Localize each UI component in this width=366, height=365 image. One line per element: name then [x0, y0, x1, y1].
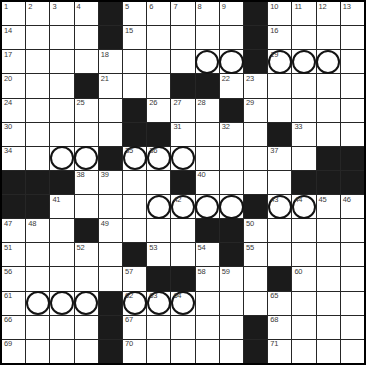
clue-number-55: 55 — [246, 244, 254, 252]
clue-number-52: 52 — [77, 244, 85, 252]
cell-r14c9[interactable] — [196, 316, 219, 339]
cell-r12c15[interactable] — [341, 267, 364, 290]
cell-r3c15[interactable] — [341, 50, 364, 73]
block-cell-r15c5 — [99, 340, 122, 363]
cell-r7c12[interactable]: 37 — [268, 147, 291, 170]
cell-r3c6[interactable] — [123, 50, 146, 73]
block-cell-r3c11 — [244, 50, 267, 73]
cell-r1c9[interactable]: 8 — [196, 2, 219, 25]
circle-marker — [147, 195, 171, 219]
circle-marker — [219, 50, 243, 74]
clue-number-38: 38 — [77, 171, 85, 179]
block-cell-r9c2 — [26, 195, 49, 218]
cell-r9c9[interactable] — [196, 195, 219, 218]
cell-r13c9[interactable] — [196, 292, 219, 315]
cell-r8c9[interactable]: 40 — [196, 171, 219, 194]
clue-number-6: 6 — [149, 3, 153, 11]
cell-r11c3[interactable] — [50, 243, 73, 266]
cell-r6c10[interactable]: 32 — [220, 123, 243, 146]
clue-number-71: 71 — [270, 340, 278, 348]
cell-r6c5[interactable] — [99, 123, 122, 146]
cell-r2c12[interactable]: 16 — [268, 26, 291, 49]
clue-number-63: 63 — [149, 292, 157, 300]
cell-r4c3[interactable] — [50, 74, 73, 97]
clue-number-31: 31 — [173, 123, 181, 131]
cell-r3c12[interactable]: 19 — [268, 50, 291, 73]
cell-r7c11[interactable] — [244, 147, 267, 170]
cell-r4c7[interactable] — [147, 74, 170, 97]
cell-r10c5[interactable]: 49 — [99, 219, 122, 242]
cell-r12c14[interactable] — [317, 267, 340, 290]
block-cell-r12c7 — [147, 267, 170, 290]
cell-r5c4[interactable]: 25 — [75, 99, 98, 122]
cell-r4c12[interactable] — [268, 74, 291, 97]
clue-number-62: 62 — [125, 292, 133, 300]
cell-r14c6[interactable]: 67 — [123, 316, 146, 339]
cell-r1c14[interactable]: 12 — [317, 2, 340, 25]
block-cell-r8c8 — [171, 171, 194, 194]
cell-r4c13[interactable] — [292, 74, 315, 97]
cell-r9c8[interactable]: 42 — [171, 195, 194, 218]
cell-r3c3[interactable] — [50, 50, 73, 73]
clue-number-12: 12 — [319, 3, 327, 11]
cell-r6c2[interactable] — [26, 123, 49, 146]
cell-r7c1[interactable]: 34 — [2, 147, 25, 170]
cell-r8c6[interactable] — [123, 171, 146, 194]
block-cell-r6c12 — [268, 123, 291, 146]
cell-r10c2[interactable]: 48 — [26, 219, 49, 242]
clue-number-23: 23 — [246, 75, 254, 83]
cell-r1c2[interactable]: 2 — [26, 2, 49, 25]
cell-r13c14[interactable] — [317, 292, 340, 315]
cell-r6c14[interactable] — [317, 123, 340, 146]
cell-r9c6[interactable] — [123, 195, 146, 218]
block-cell-r10c4 — [75, 219, 98, 242]
cell-r15c12[interactable]: 71 — [268, 340, 291, 363]
cell-r5c1[interactable]: 24 — [2, 99, 25, 122]
cell-r14c15[interactable] — [341, 316, 364, 339]
block-cell-r5c10 — [220, 99, 243, 122]
cell-r8c4[interactable]: 38 — [75, 171, 98, 194]
cell-r13c1[interactable]: 61 — [2, 292, 25, 315]
circle-marker — [195, 195, 219, 219]
cell-r7c4[interactable] — [75, 147, 98, 170]
clue-number-16: 16 — [270, 27, 278, 35]
clue-number-9: 9 — [222, 3, 226, 11]
cell-r8c12[interactable] — [268, 171, 291, 194]
block-cell-r4c8 — [171, 74, 194, 97]
cell-r5c5[interactable] — [99, 99, 122, 122]
cell-r11c13[interactable] — [292, 243, 315, 266]
cell-r8c7[interactable] — [147, 171, 170, 194]
block-cell-r8c1 — [2, 171, 25, 194]
cell-r8c10[interactable] — [220, 171, 243, 194]
cell-r15c14[interactable] — [317, 340, 340, 363]
cell-r14c13[interactable] — [292, 316, 315, 339]
cell-r11c4[interactable]: 52 — [75, 243, 98, 266]
crossword-grid: 1234567891011121314151617181920212223242… — [0, 0, 366, 365]
cell-r3c5[interactable]: 18 — [99, 50, 122, 73]
cell-r9c4[interactable] — [75, 195, 98, 218]
cell-r9c10[interactable] — [220, 195, 243, 218]
clue-number-66: 66 — [4, 316, 12, 324]
cell-r6c4[interactable] — [75, 123, 98, 146]
cell-r3c13[interactable] — [292, 50, 315, 73]
clue-number-35: 35 — [125, 147, 133, 155]
circle-marker — [50, 146, 74, 170]
cell-r5c12[interactable] — [268, 99, 291, 122]
cell-r12c11[interactable] — [244, 267, 267, 290]
cell-r9c15[interactable]: 46 — [341, 195, 364, 218]
cell-r12c1[interactable]: 56 — [2, 267, 25, 290]
cell-r4c15[interactable] — [341, 74, 364, 97]
cell-r14c4[interactable] — [75, 316, 98, 339]
cell-r13c3[interactable] — [50, 292, 73, 315]
cell-r10c7[interactable] — [147, 219, 170, 242]
clue-number-8: 8 — [198, 3, 202, 11]
cell-r12c5[interactable] — [99, 267, 122, 290]
cell-r1c13[interactable]: 11 — [292, 2, 315, 25]
clue-number-20: 20 — [4, 75, 12, 83]
cell-r11c15[interactable] — [341, 243, 364, 266]
cell-r13c15[interactable] — [341, 292, 364, 315]
cell-r14c1[interactable]: 66 — [2, 316, 25, 339]
block-cell-r6c7 — [147, 123, 170, 146]
cell-r2c13[interactable] — [292, 26, 315, 49]
clue-number-60: 60 — [294, 268, 302, 276]
cell-r10c15[interactable] — [341, 219, 364, 242]
cell-r13c11[interactable] — [244, 292, 267, 315]
cell-r14c14[interactable] — [317, 316, 340, 339]
clue-number-2: 2 — [28, 3, 32, 11]
cell-r2c6[interactable]: 15 — [123, 26, 146, 49]
clue-number-30: 30 — [4, 123, 12, 131]
cell-r14c2[interactable] — [26, 316, 49, 339]
cell-r9c12[interactable]: 43 — [268, 195, 291, 218]
clue-number-42: 42 — [173, 196, 181, 204]
cell-r12c10[interactable]: 59 — [220, 267, 243, 290]
cell-r15c13[interactable] — [292, 340, 315, 363]
block-cell-r5c6 — [123, 99, 146, 122]
clue-number-1: 1 — [4, 3, 8, 11]
cell-r1c10[interactable]: 9 — [220, 2, 243, 25]
cell-r2c3[interactable] — [50, 26, 73, 49]
cell-r1c8[interactable]: 7 — [171, 2, 194, 25]
clue-number-5: 5 — [125, 3, 129, 11]
cell-r4c14[interactable] — [317, 74, 340, 97]
cell-r7c13[interactable] — [292, 147, 315, 170]
cell-r5c14[interactable] — [317, 99, 340, 122]
clue-number-53: 53 — [149, 244, 157, 252]
clue-number-15: 15 — [125, 27, 133, 35]
cell-r3c2[interactable] — [26, 50, 49, 73]
block-cell-r1c11 — [244, 2, 267, 25]
cell-r7c6[interactable]: 35 — [123, 147, 146, 170]
cell-r10c1[interactable]: 47 — [2, 219, 25, 242]
cell-r2c15[interactable] — [341, 26, 364, 49]
clue-number-4: 4 — [77, 3, 81, 11]
cell-r4c1[interactable]: 20 — [2, 74, 25, 97]
clue-number-19: 19 — [270, 51, 278, 59]
cell-r13c2[interactable] — [26, 292, 49, 315]
cell-r5c7[interactable]: 26 — [147, 99, 170, 122]
cell-r6c3[interactable] — [50, 123, 73, 146]
cell-r14c8[interactable] — [171, 316, 194, 339]
block-cell-r7c5 — [99, 147, 122, 170]
cell-r2c9[interactable] — [196, 26, 219, 49]
clue-number-43: 43 — [270, 196, 278, 204]
cell-r15c4[interactable] — [75, 340, 98, 363]
clue-number-47: 47 — [4, 220, 12, 228]
clue-number-67: 67 — [125, 316, 133, 324]
clue-number-14: 14 — [4, 27, 12, 35]
clue-number-3: 3 — [52, 3, 56, 11]
clue-number-64: 64 — [173, 292, 181, 300]
cell-r15c10[interactable] — [220, 340, 243, 363]
cell-r15c7[interactable] — [147, 340, 170, 363]
clue-number-27: 27 — [173, 99, 181, 107]
clue-number-48: 48 — [28, 220, 36, 228]
cell-r12c6[interactable]: 57 — [123, 267, 146, 290]
cell-r12c9[interactable]: 58 — [196, 267, 219, 290]
cell-r5c15[interactable] — [341, 99, 364, 122]
cell-r2c8[interactable] — [171, 26, 194, 49]
cell-r12c2[interactable] — [26, 267, 49, 290]
cell-r13c4[interactable] — [75, 292, 98, 315]
block-cell-r4c4 — [75, 74, 98, 97]
cell-r10c12[interactable] — [268, 219, 291, 242]
cell-r13c13[interactable] — [292, 292, 315, 315]
clue-number-29: 29 — [246, 99, 254, 107]
clue-number-36: 36 — [149, 147, 157, 155]
cell-r14c3[interactable] — [50, 316, 73, 339]
cell-r2c7[interactable] — [147, 26, 170, 49]
cell-r6c13[interactable]: 33 — [292, 123, 315, 146]
cell-r1c15[interactable]: 13 — [341, 2, 364, 25]
block-cell-r1c5 — [99, 2, 122, 25]
cell-r13c10[interactable] — [220, 292, 243, 315]
clue-number-50: 50 — [246, 220, 254, 228]
cell-r7c2[interactable] — [26, 147, 49, 170]
block-cell-r7c15 — [341, 147, 364, 170]
cell-r6c8[interactable]: 31 — [171, 123, 194, 146]
cell-r3c14[interactable] — [317, 50, 340, 73]
cell-r3c1[interactable]: 17 — [2, 50, 25, 73]
cell-r15c15[interactable] — [341, 340, 364, 363]
cell-r11c8[interactable] — [171, 243, 194, 266]
circle-marker — [74, 291, 98, 315]
cell-r10c14[interactable] — [317, 219, 340, 242]
cell-r8c11[interactable] — [244, 171, 267, 194]
clue-number-65: 65 — [270, 292, 278, 300]
cell-r9c5[interactable] — [99, 195, 122, 218]
cell-r9c13[interactable]: 44 — [292, 195, 315, 218]
cell-r11c5[interactable] — [99, 243, 122, 266]
cell-r5c9[interactable]: 28 — [196, 99, 219, 122]
cell-r9c3[interactable]: 41 — [50, 195, 73, 218]
block-cell-r7c14 — [317, 147, 340, 170]
cell-r12c3[interactable] — [50, 267, 73, 290]
circle-marker — [219, 195, 243, 219]
clue-number-10: 10 — [270, 3, 278, 11]
block-cell-r8c15 — [341, 171, 364, 194]
cell-r6c15[interactable] — [341, 123, 364, 146]
cell-r7c3[interactable] — [50, 147, 73, 170]
cell-r10c11[interactable]: 50 — [244, 219, 267, 242]
clue-number-18: 18 — [101, 51, 109, 59]
cell-r6c1[interactable]: 30 — [2, 123, 25, 146]
cell-r13c12[interactable]: 65 — [268, 292, 291, 315]
cell-r12c13[interactable]: 60 — [292, 267, 315, 290]
cell-r6c9[interactable] — [196, 123, 219, 146]
cell-r5c3[interactable] — [50, 99, 73, 122]
cell-r3c8[interactable] — [171, 50, 194, 73]
cell-r4c10[interactable]: 22 — [220, 74, 243, 97]
block-cell-r2c11 — [244, 26, 267, 49]
block-cell-r14c5 — [99, 316, 122, 339]
block-cell-r8c3 — [50, 171, 73, 194]
cell-r14c12[interactable]: 68 — [268, 316, 291, 339]
cell-r1c1[interactable]: 1 — [2, 2, 25, 25]
cell-r13c8[interactable]: 64 — [171, 292, 194, 315]
cell-r1c12[interactable]: 10 — [268, 2, 291, 25]
cell-r4c6[interactable] — [123, 74, 146, 97]
cell-r11c2[interactable] — [26, 243, 49, 266]
circle-marker — [171, 146, 195, 170]
cell-r10c6[interactable] — [123, 219, 146, 242]
cell-r5c11[interactable]: 29 — [244, 99, 267, 122]
cell-r15c1[interactable]: 69 — [2, 340, 25, 363]
block-cell-r12c8 — [171, 267, 194, 290]
circle-marker — [74, 146, 98, 170]
clue-number-13: 13 — [343, 3, 351, 11]
block-cell-r9c1 — [2, 195, 25, 218]
clue-number-61: 61 — [4, 292, 12, 300]
block-cell-r10c10 — [220, 219, 243, 242]
block-cell-r14c11 — [244, 316, 267, 339]
cell-r13c7[interactable]: 63 — [147, 292, 170, 315]
cell-r1c6[interactable]: 5 — [123, 2, 146, 25]
cell-r3c9[interactable] — [196, 50, 219, 73]
clue-number-49: 49 — [101, 220, 109, 228]
clue-number-22: 22 — [222, 75, 230, 83]
block-cell-r8c14 — [317, 171, 340, 194]
cell-r15c6[interactable]: 70 — [123, 340, 146, 363]
cell-r11c7[interactable]: 53 — [147, 243, 170, 266]
cell-r9c14[interactable]: 45 — [317, 195, 340, 218]
cell-r15c3[interactable] — [50, 340, 73, 363]
clue-number-25: 25 — [77, 99, 85, 107]
clue-number-69: 69 — [4, 340, 12, 348]
cell-r1c7[interactable]: 6 — [147, 2, 170, 25]
cell-r7c10[interactable] — [220, 147, 243, 170]
block-cell-r9c11 — [244, 195, 267, 218]
cell-r4c5[interactable]: 21 — [99, 74, 122, 97]
cell-r5c8[interactable]: 27 — [171, 99, 194, 122]
cell-r11c14[interactable] — [317, 243, 340, 266]
clue-number-59: 59 — [222, 268, 230, 276]
clue-number-45: 45 — [319, 196, 327, 204]
cell-r3c7[interactable] — [147, 50, 170, 73]
clue-number-24: 24 — [4, 99, 12, 107]
cell-r11c11[interactable]: 55 — [244, 243, 267, 266]
cell-r14c10[interactable] — [220, 316, 243, 339]
cell-r3c10[interactable] — [220, 50, 243, 73]
cell-r15c9[interactable] — [196, 340, 219, 363]
clue-number-41: 41 — [52, 196, 60, 204]
block-cell-r6c6 — [123, 123, 146, 146]
clue-number-32: 32 — [222, 123, 230, 131]
circle-marker — [50, 291, 74, 315]
cell-r10c3[interactable] — [50, 219, 73, 242]
cell-r5c13[interactable] — [292, 99, 315, 122]
clue-number-46: 46 — [343, 196, 351, 204]
circle-marker — [26, 291, 50, 315]
cell-r5c2[interactable] — [26, 99, 49, 122]
clue-number-56: 56 — [4, 268, 12, 276]
cell-r1c4[interactable]: 4 — [75, 2, 98, 25]
cell-r11c12[interactable] — [268, 243, 291, 266]
cell-r6c11[interactable] — [244, 123, 267, 146]
circle-marker — [292, 50, 316, 74]
cell-r7c8[interactable] — [171, 147, 194, 170]
clue-number-34: 34 — [4, 147, 12, 155]
cell-r3c4[interactable] — [75, 50, 98, 73]
cell-r7c7[interactable]: 36 — [147, 147, 170, 170]
cell-r2c1[interactable]: 14 — [2, 26, 25, 49]
clue-number-54: 54 — [198, 244, 206, 252]
clue-number-39: 39 — [101, 171, 109, 179]
clue-number-37: 37 — [270, 147, 278, 155]
cell-r10c13[interactable] — [292, 219, 315, 242]
block-cell-r13c5 — [99, 292, 122, 315]
cell-r12c4[interactable] — [75, 267, 98, 290]
cell-r13c6[interactable]: 62 — [123, 292, 146, 315]
circle-marker — [316, 50, 340, 74]
cell-r2c4[interactable] — [75, 26, 98, 49]
clue-number-44: 44 — [294, 196, 302, 204]
clue-number-11: 11 — [294, 3, 301, 11]
cell-r2c2[interactable] — [26, 26, 49, 49]
cell-r11c9[interactable]: 54 — [196, 243, 219, 266]
clue-number-17: 17 — [4, 51, 12, 59]
clue-number-70: 70 — [125, 340, 133, 348]
cell-r4c2[interactable] — [26, 74, 49, 97]
block-cell-r12c12 — [268, 267, 291, 290]
block-cell-r8c2 — [26, 171, 49, 194]
cell-r1c3[interactable]: 3 — [50, 2, 73, 25]
cell-r14c7[interactable] — [147, 316, 170, 339]
cell-r4c11[interactable]: 23 — [244, 74, 267, 97]
block-cell-r15c11 — [244, 340, 267, 363]
cell-r15c8[interactable] — [171, 340, 194, 363]
cell-r11c1[interactable]: 51 — [2, 243, 25, 266]
cell-r8c5[interactable]: 39 — [99, 171, 122, 194]
cell-r7c9[interactable] — [196, 147, 219, 170]
clue-number-40: 40 — [198, 171, 206, 179]
cell-r9c7[interactable] — [147, 195, 170, 218]
cell-r2c10[interactable] — [220, 26, 243, 49]
block-cell-r11c6 — [123, 243, 146, 266]
block-cell-r10c9 — [196, 219, 219, 242]
cell-r15c2[interactable] — [26, 340, 49, 363]
cell-r10c8[interactable] — [171, 219, 194, 242]
clue-number-7: 7 — [173, 3, 177, 11]
block-cell-r2c5 — [99, 26, 122, 49]
clue-number-21: 21 — [101, 75, 109, 83]
cell-r2c14[interactable] — [317, 26, 340, 49]
clue-number-68: 68 — [270, 316, 278, 324]
